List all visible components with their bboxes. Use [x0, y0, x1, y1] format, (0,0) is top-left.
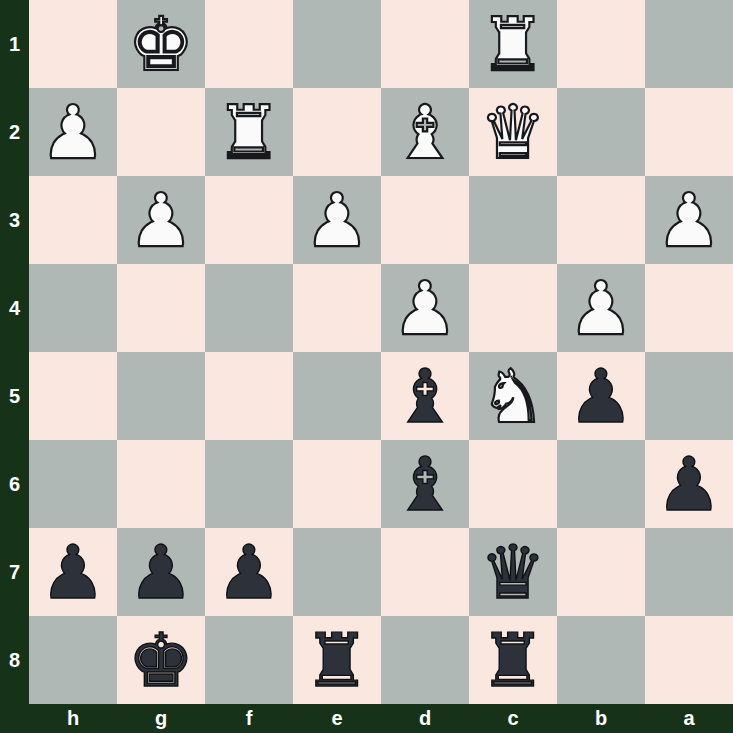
file-label-e: e — [293, 704, 381, 733]
square-c6[interactable] — [469, 440, 557, 528]
piece-black-rook[interactable]: ♜ — [480, 616, 546, 704]
square-d8[interactable] — [381, 616, 469, 704]
square-g1[interactable]: ♚ — [117, 0, 205, 88]
square-d1[interactable] — [381, 0, 469, 88]
square-c4[interactable] — [469, 264, 557, 352]
square-b5[interactable]: ♟ — [557, 352, 645, 440]
piece-black-queen[interactable]: ♛ — [480, 528, 546, 616]
square-d7[interactable] — [381, 528, 469, 616]
square-e8[interactable]: ♜ — [293, 616, 381, 704]
square-c8[interactable]: ♜ — [469, 616, 557, 704]
piece-black-pawn[interactable]: ♟ — [128, 528, 194, 616]
file-label-a: a — [645, 704, 733, 733]
square-g7[interactable]: ♟ — [117, 528, 205, 616]
chess-board: ♚♜♟♜♝♛♟♟♟♟♟♝♞♟♝♟♟♟♟♛♚♜♜ — [29, 0, 733, 704]
piece-black-pawn[interactable]: ♟ — [568, 352, 634, 440]
square-d4[interactable]: ♟ — [381, 264, 469, 352]
square-f4[interactable] — [205, 264, 293, 352]
square-g8[interactable]: ♚ — [117, 616, 205, 704]
square-c2[interactable]: ♛ — [469, 88, 557, 176]
square-h1[interactable] — [29, 0, 117, 88]
piece-black-rook[interactable]: ♜ — [304, 616, 370, 704]
square-f6[interactable] — [205, 440, 293, 528]
square-d2[interactable]: ♝ — [381, 88, 469, 176]
rank-label-3: 3 — [0, 176, 29, 264]
rank-label-8: 8 — [0, 616, 29, 704]
piece-white-pawn[interactable]: ♟ — [656, 176, 722, 264]
square-d5[interactable]: ♝ — [381, 352, 469, 440]
piece-white-pawn[interactable]: ♟ — [304, 176, 370, 264]
square-a5[interactable] — [645, 352, 733, 440]
square-f2[interactable]: ♜ — [205, 88, 293, 176]
piece-black-pawn[interactable]: ♟ — [216, 528, 282, 616]
square-b6[interactable] — [557, 440, 645, 528]
square-e3[interactable]: ♟ — [293, 176, 381, 264]
file-label-b: b — [557, 704, 645, 733]
square-b2[interactable] — [557, 88, 645, 176]
piece-white-pawn[interactable]: ♟ — [568, 264, 634, 352]
square-b3[interactable] — [557, 176, 645, 264]
file-label-h: h — [29, 704, 117, 733]
square-f3[interactable] — [205, 176, 293, 264]
square-h6[interactable] — [29, 440, 117, 528]
piece-black-bishop[interactable]: ♝ — [392, 352, 458, 440]
rank-label-4: 4 — [0, 264, 29, 352]
square-f8[interactable] — [205, 616, 293, 704]
square-f5[interactable] — [205, 352, 293, 440]
rank-label-2: 2 — [0, 88, 29, 176]
piece-black-pawn[interactable]: ♟ — [656, 440, 722, 528]
square-e4[interactable] — [293, 264, 381, 352]
square-b4[interactable]: ♟ — [557, 264, 645, 352]
square-g3[interactable]: ♟ — [117, 176, 205, 264]
square-c7[interactable]: ♛ — [469, 528, 557, 616]
square-d6[interactable]: ♝ — [381, 440, 469, 528]
rank-label-7: 7 — [0, 528, 29, 616]
rank-label-6: 6 — [0, 440, 29, 528]
square-f7[interactable]: ♟ — [205, 528, 293, 616]
square-h4[interactable] — [29, 264, 117, 352]
piece-white-king[interactable]: ♚ — [128, 0, 194, 88]
square-b8[interactable] — [557, 616, 645, 704]
chess-board-frame: 12345678 ♚♜♟♜♝♛♟♟♟♟♟♝♞♟♝♟♟♟♟♛♚♜♜ hgfedcb… — [0, 0, 733, 733]
square-f1[interactable] — [205, 0, 293, 88]
square-b7[interactable] — [557, 528, 645, 616]
square-a4[interactable] — [645, 264, 733, 352]
square-a1[interactable] — [645, 0, 733, 88]
square-e6[interactable] — [293, 440, 381, 528]
piece-white-knight[interactable]: ♞ — [480, 352, 546, 440]
square-e2[interactable] — [293, 88, 381, 176]
file-labels: hgfedcba — [29, 704, 733, 733]
rank-label-1: 1 — [0, 0, 29, 88]
piece-black-pawn[interactable]: ♟ — [40, 528, 106, 616]
file-label-c: c — [469, 704, 557, 733]
square-g6[interactable] — [117, 440, 205, 528]
rank-label-5: 5 — [0, 352, 29, 440]
square-g5[interactable] — [117, 352, 205, 440]
piece-white-rook[interactable]: ♜ — [480, 0, 546, 88]
piece-white-pawn[interactable]: ♟ — [392, 264, 458, 352]
file-label-f: f — [205, 704, 293, 733]
square-a2[interactable] — [645, 88, 733, 176]
square-g4[interactable] — [117, 264, 205, 352]
piece-white-queen[interactable]: ♛ — [480, 88, 546, 176]
square-c1[interactable]: ♜ — [469, 0, 557, 88]
square-h7[interactable]: ♟ — [29, 528, 117, 616]
file-label-d: d — [381, 704, 469, 733]
square-a8[interactable] — [645, 616, 733, 704]
piece-black-king[interactable]: ♚ — [128, 616, 194, 704]
square-e7[interactable] — [293, 528, 381, 616]
square-g2[interactable] — [117, 88, 205, 176]
square-a7[interactable] — [645, 528, 733, 616]
rank-labels: 12345678 — [0, 0, 29, 704]
square-b1[interactable] — [557, 0, 645, 88]
piece-white-rook[interactable]: ♜ — [216, 88, 282, 176]
square-a3[interactable]: ♟ — [645, 176, 733, 264]
square-a6[interactable]: ♟ — [645, 440, 733, 528]
square-e5[interactable] — [293, 352, 381, 440]
square-c3[interactable] — [469, 176, 557, 264]
square-e1[interactable] — [293, 0, 381, 88]
file-label-g: g — [117, 704, 205, 733]
piece-white-pawn[interactable]: ♟ — [40, 88, 106, 176]
piece-white-pawn[interactable]: ♟ — [128, 176, 194, 264]
piece-black-bishop[interactable]: ♝ — [392, 440, 458, 528]
square-h5[interactable] — [29, 352, 117, 440]
piece-white-bishop[interactable]: ♝ — [392, 88, 458, 176]
square-c5[interactable]: ♞ — [469, 352, 557, 440]
square-d3[interactable] — [381, 176, 469, 264]
square-h3[interactable] — [29, 176, 117, 264]
square-h2[interactable]: ♟ — [29, 88, 117, 176]
square-h8[interactable] — [29, 616, 117, 704]
